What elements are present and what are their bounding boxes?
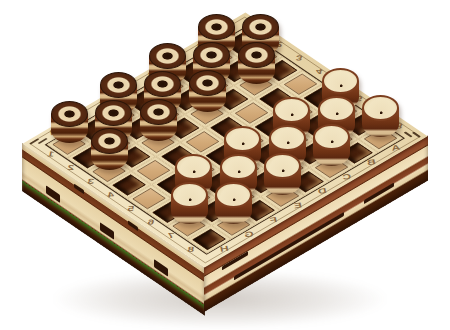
- dark-checker-B3[interactable]: [238, 42, 275, 84]
- dark-checker-H3[interactable]: [91, 128, 128, 170]
- box-slot: [100, 222, 114, 240]
- light-checker-E8[interactable]: [264, 153, 301, 195]
- checker-top-face: [273, 97, 310, 123]
- box-slot: [46, 185, 60, 203]
- checker-top-face: [269, 125, 306, 151]
- rank-label-2-left: 2: [62, 162, 79, 172]
- light-checker-A8[interactable]: [362, 95, 399, 137]
- rank-label-7-left: 7: [162, 230, 179, 240]
- checker-top-face: [91, 128, 128, 154]
- rank-label-3-right: 3: [290, 53, 307, 63]
- rank-label-5-left: 5: [122, 203, 139, 213]
- box-slot: [364, 183, 394, 205]
- checker-top-face: [215, 182, 252, 208]
- box-slot: [154, 259, 168, 277]
- checker-top-face: [51, 101, 88, 127]
- box-slot: [128, 220, 138, 231]
- checker-top-face: [95, 100, 132, 126]
- rank-label-1-left: 1: [42, 149, 59, 159]
- checker-top-face: [224, 126, 261, 152]
- dark-checker-H1[interactable]: [51, 101, 88, 143]
- light-checker-H7[interactable]: [171, 182, 208, 224]
- checker-top-face: [242, 14, 279, 40]
- light-checker-G8[interactable]: [215, 182, 252, 224]
- rank-label-4-left: 4: [102, 189, 119, 199]
- rank-label-8-left: 8: [182, 244, 199, 254]
- checker-top-face: [238, 42, 275, 68]
- checker-top-face: [264, 153, 301, 179]
- checker-top-face: [313, 124, 350, 150]
- checker-top-face: [220, 154, 257, 180]
- checker-top-face: [149, 43, 186, 69]
- light-checker-C8[interactable]: [313, 124, 350, 166]
- checker-top-face: [100, 72, 137, 98]
- checker-top-face: [318, 96, 355, 122]
- checker-top-face: [322, 68, 359, 94]
- dark-checker-D3[interactable]: [189, 70, 226, 112]
- dark-checker-F3[interactable]: [140, 99, 177, 141]
- checker-top-face: [140, 99, 177, 125]
- checkers-game-photo: { "game": "checkers (draughts) — wooden …: [0, 0, 450, 330]
- rank-label-6-left: 6: [142, 217, 159, 227]
- rank-label-3-left: 3: [82, 176, 99, 186]
